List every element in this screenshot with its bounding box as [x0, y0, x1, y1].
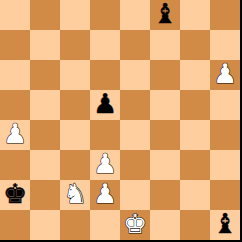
white-pawn-icon[interactable]: ♟ — [93, 150, 117, 179]
square-h2[interactable] — [210, 180, 240, 210]
square-f3[interactable] — [150, 150, 180, 180]
square-f6[interactable] — [150, 60, 180, 90]
square-h6[interactable]: ♟ — [210, 60, 240, 90]
square-b6[interactable] — [30, 60, 60, 90]
square-g3[interactable] — [180, 150, 210, 180]
square-e7[interactable] — [120, 30, 150, 60]
square-e8[interactable] — [120, 0, 150, 30]
square-b2[interactable] — [30, 180, 60, 210]
square-f1[interactable] — [150, 210, 180, 240]
square-h3[interactable] — [210, 150, 240, 180]
square-c7[interactable] — [60, 30, 90, 60]
square-e4[interactable] — [120, 120, 150, 150]
square-c8[interactable] — [60, 0, 90, 30]
chess-board: ♝♟♟♟♟♚♞♟♚♝ — [0, 0, 240, 240]
square-a8[interactable] — [0, 0, 30, 30]
square-f4[interactable] — [150, 120, 180, 150]
square-c1[interactable] — [60, 210, 90, 240]
square-f7[interactable] — [150, 30, 180, 60]
square-c5[interactable] — [60, 90, 90, 120]
square-e3[interactable] — [120, 150, 150, 180]
square-c6[interactable] — [60, 60, 90, 90]
square-h4[interactable] — [210, 120, 240, 150]
white-king-icon[interactable]: ♚ — [123, 210, 147, 239]
square-f8[interactable]: ♝ — [150, 0, 180, 30]
square-g1[interactable] — [180, 210, 210, 240]
square-a2[interactable]: ♚ — [0, 180, 30, 210]
square-b5[interactable] — [30, 90, 60, 120]
square-d2[interactable]: ♟ — [90, 180, 120, 210]
square-g5[interactable] — [180, 90, 210, 120]
square-h8[interactable] — [210, 0, 240, 30]
square-e2[interactable] — [120, 180, 150, 210]
black-bishop-icon[interactable]: ♝ — [213, 210, 237, 239]
black-bishop-icon[interactable]: ♝ — [153, 0, 177, 29]
square-d3[interactable]: ♟ — [90, 150, 120, 180]
black-pawn-icon[interactable]: ♟ — [93, 90, 117, 119]
square-a6[interactable] — [0, 60, 30, 90]
square-d1[interactable] — [90, 210, 120, 240]
square-h7[interactable] — [210, 30, 240, 60]
square-h1[interactable]: ♝ — [210, 210, 240, 240]
white-knight-icon[interactable]: ♞ — [63, 180, 87, 209]
square-e6[interactable] — [120, 60, 150, 90]
square-d4[interactable] — [90, 120, 120, 150]
black-king-icon[interactable]: ♚ — [3, 180, 27, 209]
square-g2[interactable] — [180, 180, 210, 210]
square-c3[interactable] — [60, 150, 90, 180]
square-a1[interactable] — [0, 210, 30, 240]
white-pawn-icon[interactable]: ♟ — [213, 60, 237, 89]
square-d6[interactable] — [90, 60, 120, 90]
white-pawn-icon[interactable]: ♟ — [3, 120, 27, 149]
white-pawn-icon[interactable]: ♟ — [93, 180, 117, 209]
square-g4[interactable] — [180, 120, 210, 150]
square-b4[interactable] — [30, 120, 60, 150]
square-d7[interactable] — [90, 30, 120, 60]
square-g6[interactable] — [180, 60, 210, 90]
square-e1[interactable]: ♚ — [120, 210, 150, 240]
square-g8[interactable] — [180, 0, 210, 30]
square-e5[interactable] — [120, 90, 150, 120]
square-a3[interactable] — [0, 150, 30, 180]
square-b7[interactable] — [30, 30, 60, 60]
square-d5[interactable]: ♟ — [90, 90, 120, 120]
chess-board-stage: ♝♟♟♟♟♚♞♟♚♝ — [0, 0, 242, 242]
square-b3[interactable] — [30, 150, 60, 180]
square-d8[interactable] — [90, 0, 120, 30]
square-f5[interactable] — [150, 90, 180, 120]
square-c2[interactable]: ♞ — [60, 180, 90, 210]
square-a5[interactable] — [0, 90, 30, 120]
square-b8[interactable] — [30, 0, 60, 30]
square-b1[interactable] — [30, 210, 60, 240]
square-h5[interactable] — [210, 90, 240, 120]
square-a4[interactable]: ♟ — [0, 120, 30, 150]
square-f2[interactable] — [150, 180, 180, 210]
square-c4[interactable] — [60, 120, 90, 150]
square-a7[interactable] — [0, 30, 30, 60]
square-g7[interactable] — [180, 30, 210, 60]
